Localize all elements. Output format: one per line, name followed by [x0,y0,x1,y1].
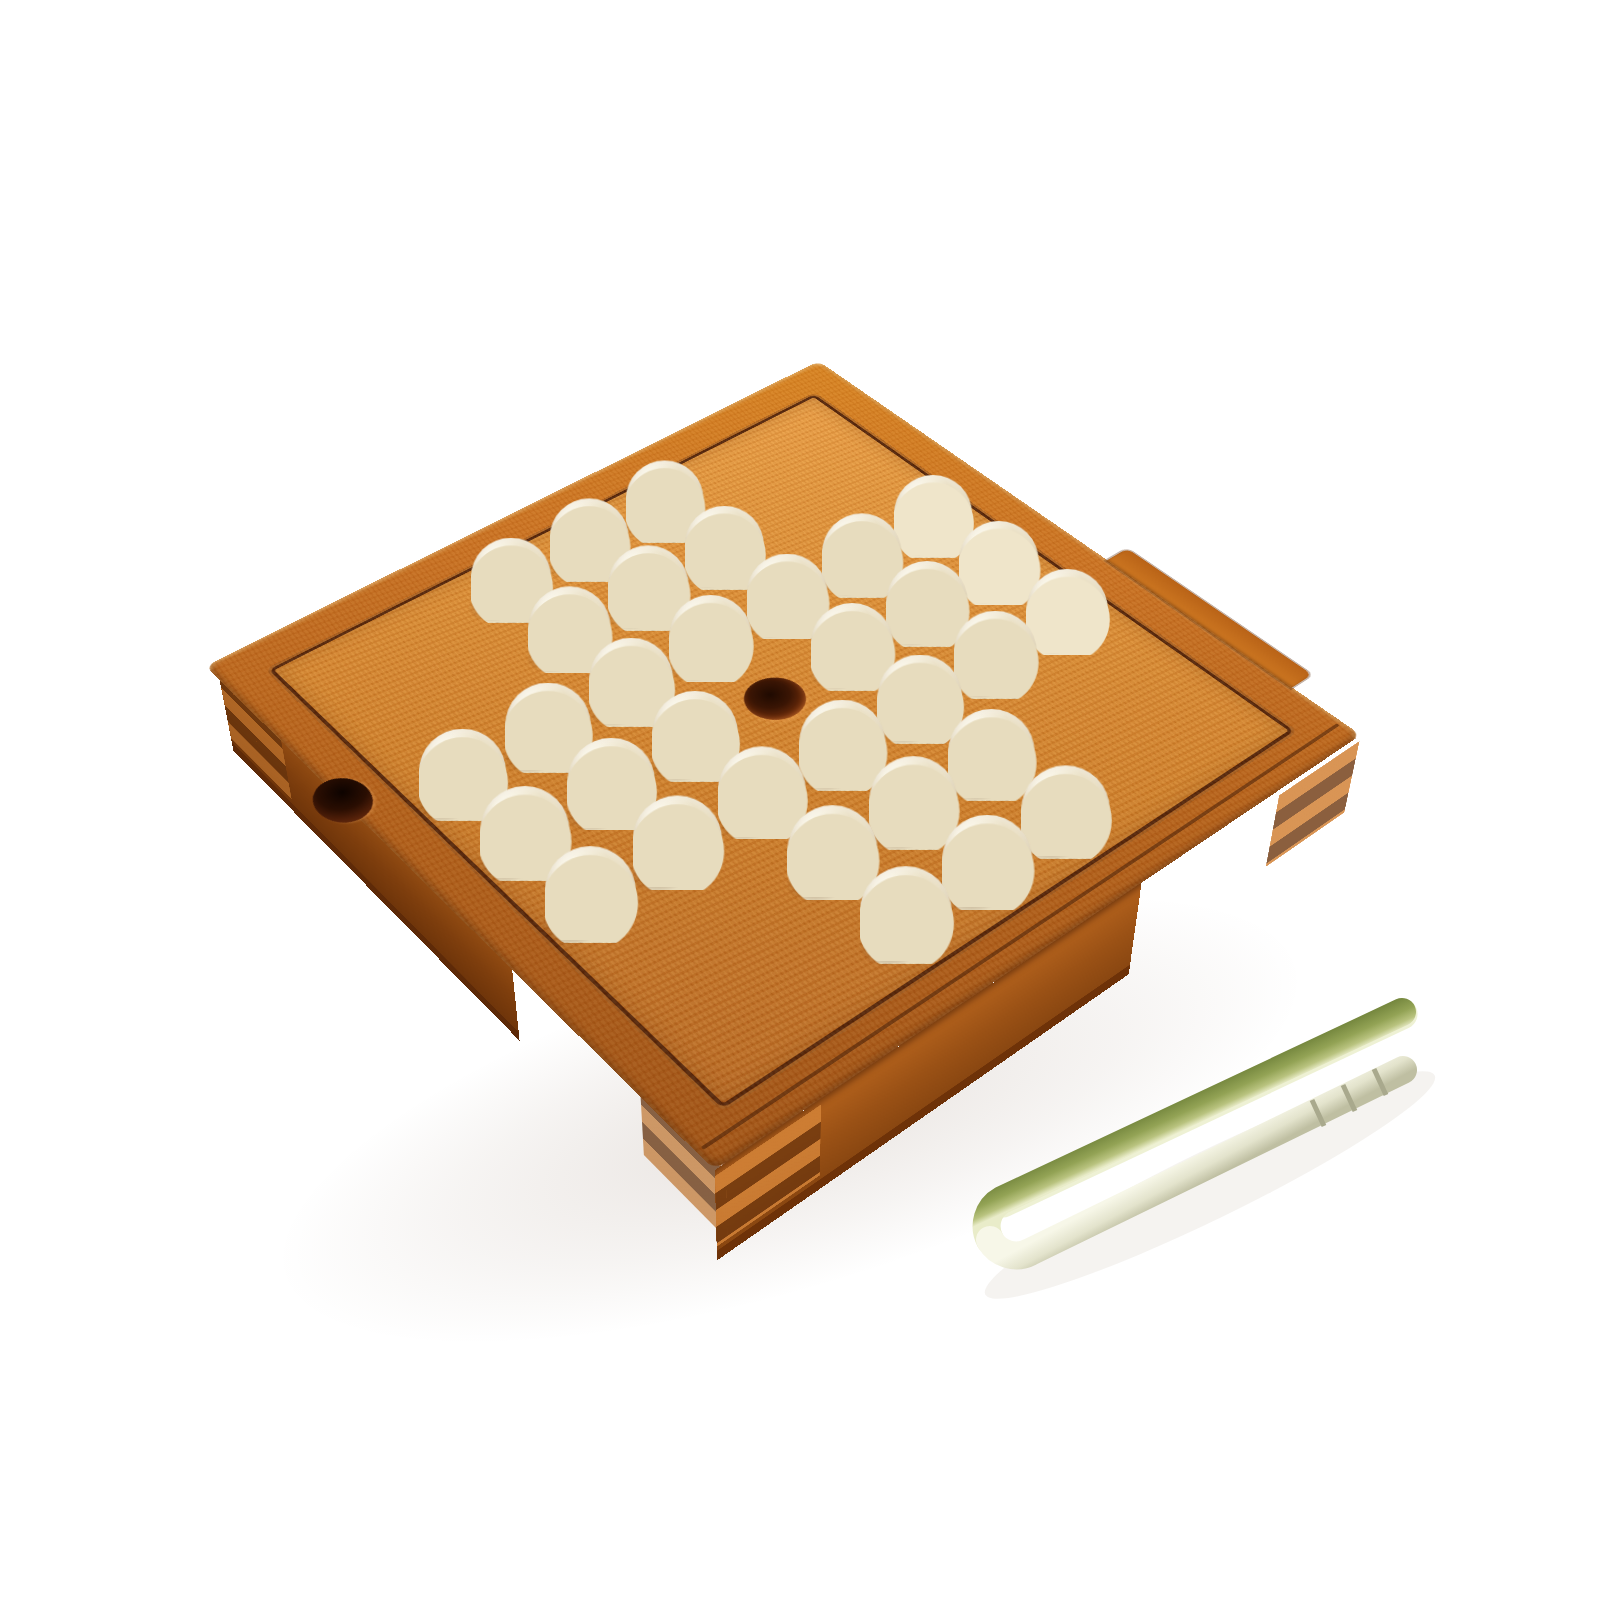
product-photo: ●●●●●●●●●●●●●●●●●●●●●●●●●●●●●●●● [0,0,1600,1600]
